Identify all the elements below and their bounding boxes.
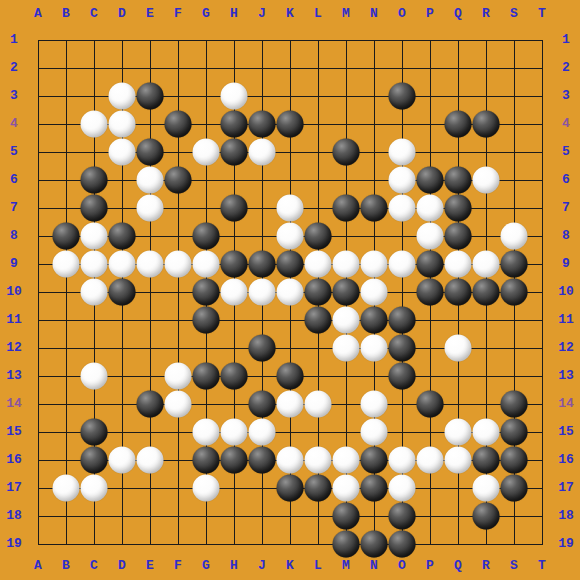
col-label-top-J: J <box>248 7 276 21</box>
white-stone-N9[interactable] <box>361 251 388 278</box>
col-label-top-O: O <box>388 7 416 21</box>
col-label-bottom-E: E <box>136 559 164 573</box>
black-stone-K9[interactable] <box>277 251 304 278</box>
black-stone-M10[interactable] <box>333 279 360 306</box>
row-label-right-10: 10 <box>552 285 580 299</box>
black-stone-N16[interactable] <box>361 447 388 474</box>
black-stone-C15[interactable] <box>81 419 108 446</box>
col-label-bottom-H: H <box>220 559 248 573</box>
row-label-left-13: 13 <box>0 369 28 383</box>
row-label-left-12: 12 <box>0 341 28 355</box>
black-stone-N11[interactable] <box>361 307 388 334</box>
row-label-right-2: 2 <box>552 61 580 75</box>
black-stone-G16[interactable] <box>193 447 220 474</box>
row-label-right-4: 4 <box>552 117 580 131</box>
white-stone-P8[interactable] <box>417 223 444 250</box>
black-stone-P9[interactable] <box>417 251 444 278</box>
white-stone-G15[interactable] <box>193 419 220 446</box>
col-label-bottom-J: J <box>248 559 276 573</box>
black-stone-M5[interactable] <box>333 139 360 166</box>
black-stone-R10[interactable] <box>473 279 500 306</box>
col-label-top-S: S <box>500 7 528 21</box>
col-label-top-E: E <box>136 7 164 21</box>
black-stone-N19[interactable] <box>361 531 388 558</box>
col-label-top-C: C <box>80 7 108 21</box>
black-stone-J9[interactable] <box>249 251 276 278</box>
white-stone-K16[interactable] <box>277 447 304 474</box>
white-stone-F13[interactable] <box>165 363 192 390</box>
black-stone-P6[interactable] <box>417 167 444 194</box>
white-stone-O16[interactable] <box>389 447 416 474</box>
white-stone-C10[interactable] <box>81 279 108 306</box>
black-stone-H9[interactable] <box>221 251 248 278</box>
white-stone-O7[interactable] <box>389 195 416 222</box>
white-stone-D9[interactable] <box>109 251 136 278</box>
white-stone-N12[interactable] <box>361 335 388 362</box>
black-stone-S9[interactable] <box>501 251 528 278</box>
row-label-left-19: 19 <box>0 537 28 551</box>
white-stone-C9[interactable] <box>81 251 108 278</box>
white-stone-D3[interactable] <box>109 83 136 110</box>
col-label-bottom-Q: Q <box>444 559 472 573</box>
row-label-right-11: 11 <box>552 313 580 327</box>
white-stone-O5[interactable] <box>389 139 416 166</box>
col-label-bottom-G: G <box>192 559 220 573</box>
black-stone-S15[interactable] <box>501 419 528 446</box>
row-label-left-16: 16 <box>0 453 28 467</box>
row-label-left-7: 7 <box>0 201 28 215</box>
black-stone-S17[interactable] <box>501 475 528 502</box>
black-stone-J14[interactable] <box>249 391 276 418</box>
white-stone-N10[interactable] <box>361 279 388 306</box>
black-stone-P14[interactable] <box>417 391 444 418</box>
white-stone-R17[interactable] <box>473 475 500 502</box>
black-stone-C16[interactable] <box>81 447 108 474</box>
row-label-left-6: 6 <box>0 173 28 187</box>
black-stone-F6[interactable] <box>165 167 192 194</box>
black-stone-R4[interactable] <box>473 111 500 138</box>
white-stone-K10[interactable] <box>277 279 304 306</box>
row-label-right-18: 18 <box>552 509 580 523</box>
white-stone-R15[interactable] <box>473 419 500 446</box>
black-stone-P10[interactable] <box>417 279 444 306</box>
white-stone-J15[interactable] <box>249 419 276 446</box>
col-label-bottom-F: F <box>164 559 192 573</box>
col-label-top-B: B <box>52 7 80 21</box>
col-label-bottom-P: P <box>416 559 444 573</box>
black-stone-E3[interactable] <box>137 83 164 110</box>
row-label-left-11: 11 <box>0 313 28 327</box>
black-stone-Q7[interactable] <box>445 195 472 222</box>
col-label-top-Q: Q <box>444 7 472 21</box>
row-label-left-3: 3 <box>0 89 28 103</box>
black-stone-M18[interactable] <box>333 503 360 530</box>
white-stone-E7[interactable] <box>137 195 164 222</box>
white-stone-O17[interactable] <box>389 475 416 502</box>
col-label-top-K: K <box>276 7 304 21</box>
black-stone-C6[interactable] <box>81 167 108 194</box>
black-stone-H4[interactable] <box>221 111 248 138</box>
col-label-bottom-C: C <box>80 559 108 573</box>
white-stone-G9[interactable] <box>193 251 220 278</box>
black-stone-F4[interactable] <box>165 111 192 138</box>
white-stone-M16[interactable] <box>333 447 360 474</box>
black-stone-O13[interactable] <box>389 363 416 390</box>
black-stone-Q4[interactable] <box>445 111 472 138</box>
col-label-bottom-R: R <box>472 559 500 573</box>
black-stone-C7[interactable] <box>81 195 108 222</box>
black-stone-J16[interactable] <box>249 447 276 474</box>
black-stone-S14[interactable] <box>501 391 528 418</box>
col-label-top-G: G <box>192 7 220 21</box>
row-label-right-1: 1 <box>552 33 580 47</box>
row-label-right-3: 3 <box>552 89 580 103</box>
black-stone-R18[interactable] <box>473 503 500 530</box>
black-stone-Q6[interactable] <box>445 167 472 194</box>
white-stone-S8[interactable] <box>501 223 528 250</box>
col-label-top-D: D <box>108 7 136 21</box>
black-stone-S16[interactable] <box>501 447 528 474</box>
black-stone-O12[interactable] <box>389 335 416 362</box>
black-stone-E5[interactable] <box>137 139 164 166</box>
white-stone-H15[interactable] <box>221 419 248 446</box>
col-label-top-P: P <box>416 7 444 21</box>
row-label-right-13: 13 <box>552 369 580 383</box>
black-stone-Q10[interactable] <box>445 279 472 306</box>
row-label-right-9: 9 <box>552 257 580 271</box>
col-label-top-L: L <box>304 7 332 21</box>
black-stone-D10[interactable] <box>109 279 136 306</box>
white-stone-Q9[interactable] <box>445 251 472 278</box>
white-stone-N15[interactable] <box>361 419 388 446</box>
black-stone-N7[interactable] <box>361 195 388 222</box>
col-label-bottom-O: O <box>388 559 416 573</box>
go-board-app: AABBCCDDEEFFGGHHJJKKLLMMNNOOPPQQRRSSTT11… <box>0 0 580 580</box>
row-label-right-15: 15 <box>552 425 580 439</box>
col-label-bottom-D: D <box>108 559 136 573</box>
white-stone-F14[interactable] <box>165 391 192 418</box>
white-stone-Q12[interactable] <box>445 335 472 362</box>
black-stone-G8[interactable] <box>193 223 220 250</box>
black-stone-O11[interactable] <box>389 307 416 334</box>
col-label-bottom-B: B <box>52 559 80 573</box>
white-stone-M11[interactable] <box>333 307 360 334</box>
row-label-left-17: 17 <box>0 481 28 495</box>
white-stone-L16[interactable] <box>305 447 332 474</box>
white-stone-L14[interactable] <box>305 391 332 418</box>
black-stone-G13[interactable] <box>193 363 220 390</box>
black-stone-L8[interactable] <box>305 223 332 250</box>
white-stone-E16[interactable] <box>137 447 164 474</box>
white-stone-G17[interactable] <box>193 475 220 502</box>
row-label-left-9: 9 <box>0 257 28 271</box>
white-stone-D5[interactable] <box>109 139 136 166</box>
black-stone-K17[interactable] <box>277 475 304 502</box>
col-label-top-M: M <box>332 7 360 21</box>
black-stone-B8[interactable] <box>53 223 80 250</box>
white-stone-J5[interactable] <box>249 139 276 166</box>
row-label-right-5: 5 <box>552 145 580 159</box>
white-stone-D4[interactable] <box>109 111 136 138</box>
row-label-left-1: 1 <box>0 33 28 47</box>
row-label-right-12: 12 <box>552 341 580 355</box>
black-stone-N17[interactable] <box>361 475 388 502</box>
black-stone-L11[interactable] <box>305 307 332 334</box>
white-stone-R6[interactable] <box>473 167 500 194</box>
black-stone-M19[interactable] <box>333 531 360 558</box>
white-stone-B9[interactable] <box>53 251 80 278</box>
black-stone-J4[interactable] <box>249 111 276 138</box>
col-label-bottom-K: K <box>276 559 304 573</box>
black-stone-H16[interactable] <box>221 447 248 474</box>
row-label-left-15: 15 <box>0 425 28 439</box>
black-stone-O19[interactable] <box>389 531 416 558</box>
col-label-top-R: R <box>472 7 500 21</box>
white-stone-E9[interactable] <box>137 251 164 278</box>
white-stone-P16[interactable] <box>417 447 444 474</box>
white-stone-K8[interactable] <box>277 223 304 250</box>
col-label-bottom-S: S <box>500 559 528 573</box>
col-label-top-H: H <box>220 7 248 21</box>
black-stone-H7[interactable] <box>221 195 248 222</box>
black-stone-Q8[interactable] <box>445 223 472 250</box>
white-stone-O9[interactable] <box>389 251 416 278</box>
white-stone-C13[interactable] <box>81 363 108 390</box>
white-stone-P7[interactable] <box>417 195 444 222</box>
black-stone-O18[interactable] <box>389 503 416 530</box>
row-label-left-18: 18 <box>0 509 28 523</box>
white-stone-L9[interactable] <box>305 251 332 278</box>
white-stone-R9[interactable] <box>473 251 500 278</box>
col-label-bottom-M: M <box>332 559 360 573</box>
black-stone-G10[interactable] <box>193 279 220 306</box>
white-stone-H10[interactable] <box>221 279 248 306</box>
white-stone-M17[interactable] <box>333 475 360 502</box>
col-label-bottom-L: L <box>304 559 332 573</box>
col-label-bottom-T: T <box>528 559 556 573</box>
row-label-right-6: 6 <box>552 173 580 187</box>
col-label-top-N: N <box>360 7 388 21</box>
white-stone-C4[interactable] <box>81 111 108 138</box>
white-stone-Q15[interactable] <box>445 419 472 446</box>
row-label-left-4: 4 <box>0 117 28 131</box>
white-stone-E6[interactable] <box>137 167 164 194</box>
col-label-bottom-N: N <box>360 559 388 573</box>
white-stone-C17[interactable] <box>81 475 108 502</box>
white-stone-N14[interactable] <box>361 391 388 418</box>
row-label-right-7: 7 <box>552 201 580 215</box>
row-label-right-19: 19 <box>552 537 580 551</box>
black-stone-J12[interactable] <box>249 335 276 362</box>
col-label-top-F: F <box>164 7 192 21</box>
black-stone-M7[interactable] <box>333 195 360 222</box>
row-label-right-16: 16 <box>552 453 580 467</box>
col-label-top-T: T <box>528 7 556 21</box>
black-stone-G11[interactable] <box>193 307 220 334</box>
col-label-bottom-A: A <box>24 559 52 573</box>
white-stone-D16[interactable] <box>109 447 136 474</box>
col-label-top-A: A <box>24 7 52 21</box>
black-stone-O3[interactable] <box>389 83 416 110</box>
row-label-left-10: 10 <box>0 285 28 299</box>
white-stone-G5[interactable] <box>193 139 220 166</box>
black-stone-H5[interactable] <box>221 139 248 166</box>
black-stone-H13[interactable] <box>221 363 248 390</box>
white-stone-K14[interactable] <box>277 391 304 418</box>
black-stone-L17[interactable] <box>305 475 332 502</box>
row-label-left-8: 8 <box>0 229 28 243</box>
white-stone-B17[interactable] <box>53 475 80 502</box>
white-stone-M12[interactable] <box>333 335 360 362</box>
white-stone-K7[interactable] <box>277 195 304 222</box>
row-label-right-17: 17 <box>552 481 580 495</box>
row-label-left-5: 5 <box>0 145 28 159</box>
white-stone-F9[interactable] <box>165 251 192 278</box>
black-stone-K4[interactable] <box>277 111 304 138</box>
white-stone-C8[interactable] <box>81 223 108 250</box>
row-label-left-14: 14 <box>0 397 28 411</box>
row-label-right-14: 14 <box>552 397 580 411</box>
row-label-right-8: 8 <box>552 229 580 243</box>
black-stone-R16[interactable] <box>473 447 500 474</box>
black-stone-D8[interactable] <box>109 223 136 250</box>
white-stone-M9[interactable] <box>333 251 360 278</box>
white-stone-O6[interactable] <box>389 167 416 194</box>
black-stone-E14[interactable] <box>137 391 164 418</box>
white-stone-Q16[interactable] <box>445 447 472 474</box>
row-label-left-2: 2 <box>0 61 28 75</box>
white-stone-J10[interactable] <box>249 279 276 306</box>
black-stone-K13[interactable] <box>277 363 304 390</box>
black-stone-L10[interactable] <box>305 279 332 306</box>
white-stone-H3[interactable] <box>221 83 248 110</box>
black-stone-S10[interactable] <box>501 279 528 306</box>
